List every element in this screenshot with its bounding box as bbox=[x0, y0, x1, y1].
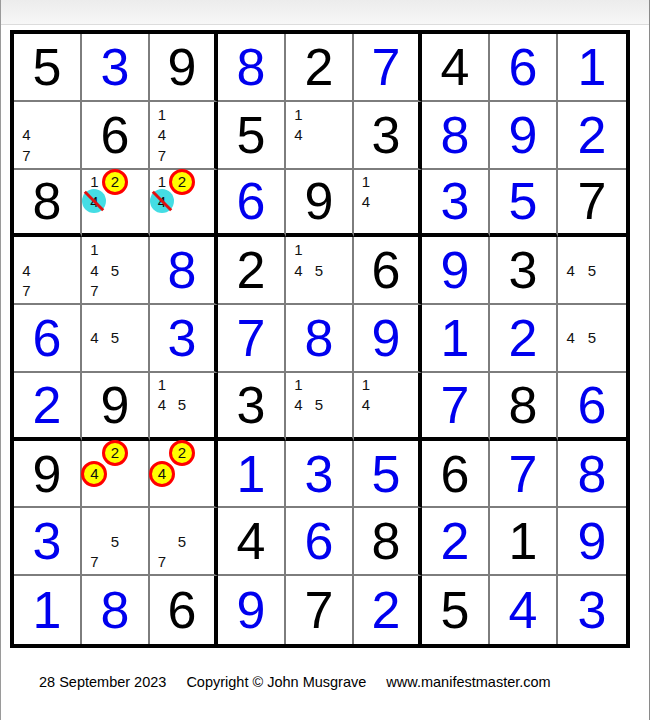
candidate-digit: 1 bbox=[362, 376, 370, 393]
cell-r3c8[interactable]: 5 bbox=[490, 170, 558, 238]
candidate-digit: 5 bbox=[315, 262, 323, 279]
cell-r3c4[interactable]: 6 bbox=[218, 170, 286, 238]
given-digit: 4 bbox=[237, 515, 266, 567]
candidate-digit: 4 bbox=[158, 126, 166, 143]
candidate-digit: 5 bbox=[111, 533, 119, 550]
cell-r2c1[interactable]: 47 bbox=[14, 102, 82, 170]
candidate-5: 5 bbox=[581, 328, 602, 349]
cell-r4c3[interactable]: 8 bbox=[150, 237, 218, 305]
cell-r1c2[interactable]: 3 bbox=[82, 34, 150, 102]
cell-r2c5[interactable]: 14 bbox=[286, 102, 354, 170]
cell-r8c6[interactable]: 8 bbox=[354, 508, 422, 576]
cell-r7c5[interactable]: 3 bbox=[286, 441, 354, 509]
solved-digit: 1 bbox=[33, 584, 62, 636]
cell-r1c6[interactable]: 7 bbox=[354, 34, 422, 102]
solved-digit: 9 bbox=[441, 244, 470, 296]
cell-r7c9[interactable]: 8 bbox=[558, 441, 626, 509]
candidate-digit: 5 bbox=[178, 533, 186, 550]
solved-digit: 9 bbox=[237, 584, 266, 636]
solved-digit: 7 bbox=[372, 41, 401, 93]
candidate-digit: 5 bbox=[111, 262, 119, 279]
candidate-4: 4 bbox=[356, 191, 376, 211]
solved-digit: 8 bbox=[237, 41, 266, 93]
candidate-digit: 4 bbox=[362, 396, 370, 413]
candidate-4: 4 bbox=[356, 395, 376, 415]
candidate-5: 5 bbox=[309, 260, 330, 281]
candidate-digit: 1 bbox=[294, 106, 302, 123]
solved-digit: 7 bbox=[509, 448, 538, 500]
cell-r1c4[interactable]: 8 bbox=[218, 34, 286, 102]
candidate-4: 4 bbox=[288, 395, 309, 415]
cell-r4c5[interactable]: 145 bbox=[286, 237, 354, 305]
cell-r6c1[interactable]: 2 bbox=[14, 373, 82, 441]
cell-r7c7[interactable]: 6 bbox=[422, 441, 490, 509]
candidate-digit: 7 bbox=[158, 553, 166, 570]
cell-r9c6[interactable]: 2 bbox=[354, 576, 422, 644]
solved-digit: 6 bbox=[237, 175, 266, 227]
solved-digit: 8 bbox=[168, 244, 197, 296]
cell-r7c2[interactable]: 24 bbox=[82, 441, 150, 509]
candidate-grid: 145 bbox=[288, 375, 350, 435]
cell-r6c7[interactable]: 7 bbox=[422, 373, 490, 441]
candidate-digit: 1 bbox=[158, 106, 166, 123]
caption-copyright: Copyright © John Musgrave bbox=[186, 674, 366, 690]
cell-r3c3[interactable]: 124 bbox=[150, 170, 218, 238]
candidate-digit: 4 bbox=[90, 329, 98, 346]
cell-r2c6[interactable]: 3 bbox=[354, 102, 422, 170]
cell-r2c2[interactable]: 6 bbox=[82, 102, 150, 170]
solved-digit: 1 bbox=[441, 312, 470, 364]
solved-digit: 2 bbox=[578, 109, 607, 161]
solved-digit: 2 bbox=[33, 379, 62, 431]
candidate-digit: 5 bbox=[315, 396, 323, 413]
given-digit: 3 bbox=[509, 244, 538, 296]
candidate-digit: 4 bbox=[158, 465, 166, 482]
given-digit: 5 bbox=[237, 109, 266, 161]
candidate-digit: 7 bbox=[90, 282, 98, 299]
candidate-grid: 145 bbox=[152, 375, 212, 435]
cell-r6c2[interactable]: 9 bbox=[82, 373, 150, 441]
solved-digit: 8 bbox=[441, 109, 470, 161]
candidate-7: 7 bbox=[16, 145, 37, 166]
candidate-digit: 2 bbox=[178, 444, 186, 461]
candidate-digit: 1 bbox=[362, 173, 370, 190]
cell-r3c5[interactable]: 9 bbox=[286, 170, 354, 238]
cell-r7c6[interactable]: 5 bbox=[354, 441, 422, 509]
candidate-grid: 45 bbox=[84, 307, 146, 369]
candidate-digit: 1 bbox=[158, 376, 166, 393]
solved-digit: 6 bbox=[578, 379, 607, 431]
candidate-digit: 2 bbox=[111, 444, 119, 461]
candidate-digit: 1 bbox=[90, 241, 98, 258]
solved-digit: 3 bbox=[101, 41, 130, 93]
cell-r2c7[interactable]: 8 bbox=[422, 102, 490, 170]
caption-website: www.manifestmaster.com bbox=[386, 674, 550, 690]
solved-digit: 9 bbox=[372, 312, 401, 364]
candidate-4: 4 bbox=[84, 328, 105, 349]
candidate-5: 5 bbox=[105, 328, 126, 349]
cell-r3c1[interactable]: 8 bbox=[14, 170, 82, 238]
candidate-grid: 145 bbox=[288, 239, 350, 301]
cell-r6c3[interactable]: 145 bbox=[150, 373, 218, 441]
candidate-digit: 7 bbox=[158, 147, 166, 164]
solved-digit: 7 bbox=[237, 312, 266, 364]
candidate-digit: 4 bbox=[294, 126, 302, 143]
candidate-digit: 4 bbox=[90, 465, 98, 482]
cell-r7c4[interactable]: 1 bbox=[218, 441, 286, 509]
solved-digit: 3 bbox=[578, 584, 607, 636]
sudoku-board: 5398274614761475143892812412469143574714… bbox=[10, 30, 630, 648]
cell-r8c1[interactable]: 3 bbox=[14, 508, 82, 576]
solved-digit: 3 bbox=[168, 312, 197, 364]
candidate-digit: 1 bbox=[294, 241, 302, 258]
candidate-grid: 14 bbox=[288, 104, 350, 166]
candidate-1: 1 bbox=[152, 104, 172, 125]
cell-r9c3[interactable]: 6 bbox=[150, 576, 218, 644]
solved-digit: 6 bbox=[509, 41, 538, 93]
candidate-grid: 24 bbox=[152, 443, 212, 505]
candidate-7: 7 bbox=[152, 552, 172, 573]
caption: 28 September 2023 Copyright © John Musgr… bbox=[39, 674, 649, 690]
given-digit: 6 bbox=[372, 244, 401, 296]
candidate-grid: 124 bbox=[84, 172, 146, 232]
candidate-digit: 4 bbox=[294, 262, 302, 279]
candidate-grid: 1457 bbox=[84, 239, 146, 301]
candidate-digit: 4 bbox=[22, 126, 30, 143]
candidate-4: 4 bbox=[84, 463, 105, 484]
candidate-4: 4 bbox=[84, 191, 105, 211]
solved-digit: 2 bbox=[509, 312, 538, 364]
candidate-grid: 147 bbox=[152, 104, 212, 166]
candidate-digit: 7 bbox=[22, 282, 30, 299]
solved-digit: 3 bbox=[441, 175, 470, 227]
candidate-digit: 2 bbox=[178, 173, 186, 190]
given-digit: 5 bbox=[441, 584, 470, 636]
candidate-4: 4 bbox=[16, 124, 37, 145]
candidate-digit: 4 bbox=[158, 396, 166, 413]
cell-r2c9[interactable]: 2 bbox=[558, 102, 626, 170]
given-digit: 7 bbox=[305, 584, 334, 636]
cell-r5c4[interactable]: 7 bbox=[218, 305, 286, 373]
candidate-digit: 5 bbox=[178, 396, 186, 413]
candidate-5: 5 bbox=[105, 260, 126, 281]
candidate-digit: 5 bbox=[588, 262, 596, 279]
candidate-1: 1 bbox=[356, 375, 376, 395]
candidate-7: 7 bbox=[152, 145, 172, 166]
given-digit: 4 bbox=[441, 41, 470, 93]
cell-r5c5[interactable]: 8 bbox=[286, 305, 354, 373]
cell-r6c4[interactable]: 3 bbox=[218, 373, 286, 441]
solved-digit: 9 bbox=[578, 515, 607, 567]
candidate-digit: 5 bbox=[588, 329, 596, 346]
cell-r4c2[interactable]: 1457 bbox=[82, 237, 150, 305]
candidate-digit: 4 bbox=[566, 329, 574, 346]
candidate-2: 2 bbox=[172, 172, 192, 192]
candidate-digit: 4 bbox=[362, 193, 370, 210]
solved-digit: 2 bbox=[441, 515, 470, 567]
given-digit: 7 bbox=[578, 175, 607, 227]
solved-digit: 5 bbox=[372, 448, 401, 500]
cell-r2c8[interactable]: 9 bbox=[490, 102, 558, 170]
cell-r4c8[interactable]: 3 bbox=[490, 237, 558, 305]
given-digit: 9 bbox=[33, 448, 62, 500]
candidate-digit: 4 bbox=[22, 262, 30, 279]
cell-r9c5[interactable]: 7 bbox=[286, 576, 354, 644]
solved-digit: 6 bbox=[33, 312, 62, 364]
candidate-1: 1 bbox=[288, 239, 309, 260]
given-digit: 9 bbox=[305, 175, 334, 227]
candidate-grid: 14 bbox=[356, 375, 416, 435]
candidate-digit: 4 bbox=[566, 262, 574, 279]
given-digit: 6 bbox=[101, 109, 130, 161]
candidate-1: 1 bbox=[356, 172, 376, 192]
cell-r8c9[interactable]: 9 bbox=[558, 508, 626, 576]
cell-r6c5[interactable]: 145 bbox=[286, 373, 354, 441]
candidate-digit: 4 bbox=[294, 396, 302, 413]
candidate-5: 5 bbox=[309, 395, 330, 415]
candidate-4: 4 bbox=[84, 260, 105, 281]
candidate-grid: 45 bbox=[560, 239, 624, 301]
candidate-4: 4 bbox=[152, 395, 172, 415]
cell-r3c9[interactable]: 7 bbox=[558, 170, 626, 238]
cell-r1c8[interactable]: 6 bbox=[490, 34, 558, 102]
given-digit: 2 bbox=[305, 41, 334, 93]
cell-r8c2[interactable]: 57 bbox=[82, 508, 150, 576]
cell-r1c3[interactable]: 9 bbox=[150, 34, 218, 102]
candidate-4: 4 bbox=[16, 260, 37, 281]
cell-r1c9[interactable]: 1 bbox=[558, 34, 626, 102]
candidate-1: 1 bbox=[288, 104, 309, 125]
given-digit: 6 bbox=[441, 448, 470, 500]
solved-digit: 6 bbox=[305, 515, 334, 567]
cell-r9c9[interactable]: 3 bbox=[558, 576, 626, 644]
cell-r1c7[interactable]: 4 bbox=[422, 34, 490, 102]
caption-date: 28 September 2023 bbox=[39, 674, 166, 690]
candidate-digit: 1 bbox=[294, 376, 302, 393]
solved-digit: 3 bbox=[305, 448, 334, 500]
candidate-digit: 5 bbox=[111, 329, 119, 346]
cell-r5c6[interactable]: 9 bbox=[354, 305, 422, 373]
candidate-4: 4 bbox=[288, 124, 309, 145]
given-digit: 1 bbox=[509, 515, 538, 567]
solved-digit: 4 bbox=[509, 584, 538, 636]
candidate-5: 5 bbox=[172, 395, 192, 415]
given-digit: 9 bbox=[101, 379, 130, 431]
solved-digit: 8 bbox=[101, 584, 130, 636]
candidate-grid: 24 bbox=[84, 443, 146, 505]
candidate-digit: 1 bbox=[90, 173, 98, 190]
cell-r3c7[interactable]: 3 bbox=[422, 170, 490, 238]
candidate-4: 4 bbox=[152, 463, 172, 484]
cell-r7c1[interactable]: 9 bbox=[14, 441, 82, 509]
given-digit: 2 bbox=[237, 244, 266, 296]
given-digit: 9 bbox=[168, 41, 197, 93]
candidate-4: 4 bbox=[560, 328, 581, 349]
cell-r2c4[interactable]: 5 bbox=[218, 102, 286, 170]
given-digit: 8 bbox=[33, 175, 62, 227]
given-digit: 3 bbox=[372, 109, 401, 161]
candidate-7: 7 bbox=[84, 281, 105, 302]
candidate-digit: 4 bbox=[90, 262, 98, 279]
given-digit: 6 bbox=[168, 584, 197, 636]
cell-r5c8[interactable]: 2 bbox=[490, 305, 558, 373]
cell-r7c8[interactable]: 7 bbox=[490, 441, 558, 509]
cell-r1c1[interactable]: 5 bbox=[14, 34, 82, 102]
candidate-digit: 7 bbox=[90, 553, 98, 570]
cell-r3c2[interactable]: 124 bbox=[82, 170, 150, 238]
candidate-2: 2 bbox=[105, 443, 126, 464]
cell-r5c7[interactable]: 1 bbox=[422, 305, 490, 373]
candidate-4: 4 bbox=[560, 260, 581, 281]
given-digit: 8 bbox=[509, 379, 538, 431]
candidate-digit: 2 bbox=[111, 173, 119, 190]
candidate-grid: 124 bbox=[152, 172, 212, 232]
cell-r5c1[interactable]: 6 bbox=[14, 305, 82, 373]
cell-r7c3[interactable]: 24 bbox=[150, 441, 218, 509]
solved-digit: 8 bbox=[305, 312, 334, 364]
candidate-7: 7 bbox=[84, 552, 105, 573]
candidate-4: 4 bbox=[152, 191, 172, 211]
solved-digit: 1 bbox=[578, 41, 607, 93]
header-bar bbox=[1, 0, 649, 25]
candidate-grid: 57 bbox=[84, 510, 146, 572]
cell-r2c3[interactable]: 147 bbox=[150, 102, 218, 170]
cell-r9c2[interactable]: 8 bbox=[82, 576, 150, 644]
solved-digit: 3 bbox=[33, 515, 62, 567]
candidate-grid: 57 bbox=[152, 510, 212, 572]
candidate-1: 1 bbox=[84, 239, 105, 260]
cell-r5c9[interactable]: 45 bbox=[558, 305, 626, 373]
given-digit: 3 bbox=[237, 379, 266, 431]
cell-r9c4[interactable]: 9 bbox=[218, 576, 286, 644]
cell-r5c2[interactable]: 45 bbox=[82, 305, 150, 373]
cell-r6c9[interactable]: 6 bbox=[558, 373, 626, 441]
given-digit: 8 bbox=[372, 515, 401, 567]
candidate-grid: 14 bbox=[356, 172, 416, 232]
solved-digit: 2 bbox=[372, 584, 401, 636]
candidate-grid: 47 bbox=[16, 104, 78, 166]
cell-r9c1[interactable]: 1 bbox=[14, 576, 82, 644]
cell-r1c5[interactable]: 2 bbox=[286, 34, 354, 102]
candidate-grid: 45 bbox=[560, 307, 624, 369]
cell-r4c9[interactable]: 45 bbox=[558, 237, 626, 305]
solved-digit: 7 bbox=[441, 379, 470, 431]
candidate-2: 2 bbox=[105, 172, 126, 192]
candidate-2: 2 bbox=[172, 443, 192, 464]
cell-r4c4[interactable]: 2 bbox=[218, 237, 286, 305]
cell-r9c8[interactable]: 4 bbox=[490, 576, 558, 644]
candidate-grid: 47 bbox=[16, 239, 78, 301]
solved-digit: 9 bbox=[509, 109, 538, 161]
solved-digit: 5 bbox=[509, 175, 538, 227]
candidate-5: 5 bbox=[172, 531, 192, 552]
cell-r9c7[interactable]: 5 bbox=[422, 576, 490, 644]
candidate-4: 4 bbox=[288, 260, 309, 281]
candidate-digit: 1 bbox=[158, 173, 166, 190]
candidate-digit: 7 bbox=[22, 147, 30, 164]
cell-r8c3[interactable]: 57 bbox=[150, 508, 218, 576]
candidate-4: 4 bbox=[152, 124, 172, 145]
cell-r6c8[interactable]: 8 bbox=[490, 373, 558, 441]
cell-r6c6[interactable]: 14 bbox=[354, 373, 422, 441]
candidate-7: 7 bbox=[16, 281, 37, 302]
cell-r4c1[interactable]: 47 bbox=[14, 237, 82, 305]
cell-r4c6[interactable]: 6 bbox=[354, 237, 422, 305]
candidate-1: 1 bbox=[152, 375, 172, 395]
cell-r8c5[interactable]: 6 bbox=[286, 508, 354, 576]
cell-r4c7[interactable]: 9 bbox=[422, 237, 490, 305]
cell-r3c6[interactable]: 14 bbox=[354, 170, 422, 238]
candidate-1: 1 bbox=[288, 375, 309, 395]
page-frame: 5398274614761475143892812412469143574714… bbox=[0, 0, 650, 720]
cell-r5c3[interactable]: 3 bbox=[150, 305, 218, 373]
candidate-5: 5 bbox=[581, 260, 602, 281]
cell-r8c7[interactable]: 2 bbox=[422, 508, 490, 576]
cell-r8c4[interactable]: 4 bbox=[218, 508, 286, 576]
candidate-5: 5 bbox=[105, 531, 126, 552]
cell-r8c8[interactable]: 1 bbox=[490, 508, 558, 576]
given-digit: 5 bbox=[33, 41, 62, 93]
solved-digit: 8 bbox=[578, 448, 607, 500]
solved-digit: 1 bbox=[237, 448, 266, 500]
